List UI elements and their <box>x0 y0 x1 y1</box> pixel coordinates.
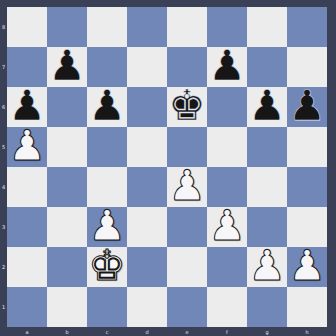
black-king[interactable]: ♚ <box>168 87 206 126</box>
square-g5[interactable] <box>247 127 287 167</box>
square-g7[interactable] <box>247 47 287 87</box>
chess-board: ♟♟♟♟♚♟♟♟♟♟♟♚♟♟ <box>7 7 327 327</box>
square-d2[interactable] <box>127 247 167 287</box>
square-e3[interactable] <box>167 207 207 247</box>
square-d4[interactable] <box>127 167 167 207</box>
square-h2[interactable]: ♟ <box>287 247 327 287</box>
square-b1[interactable] <box>47 287 87 327</box>
square-a4[interactable] <box>7 167 47 207</box>
square-d7[interactable] <box>127 47 167 87</box>
square-a1[interactable] <box>7 287 47 327</box>
black-pawn[interactable]: ♟ <box>88 87 126 126</box>
white-king[interactable]: ♚ <box>88 247 126 286</box>
square-e2[interactable] <box>167 247 207 287</box>
rank-label-5: 5 <box>0 127 7 167</box>
file-label-f: f <box>207 327 247 336</box>
square-f6[interactable] <box>207 87 247 127</box>
square-a2[interactable] <box>7 247 47 287</box>
square-e5[interactable] <box>167 127 207 167</box>
file-label-b: b <box>47 327 87 336</box>
square-g8[interactable] <box>247 7 287 47</box>
square-h4[interactable] <box>287 167 327 207</box>
square-h6[interactable]: ♟ <box>287 87 327 127</box>
file-label-d: d <box>127 327 167 336</box>
file-label-e: e <box>167 327 207 336</box>
square-f7[interactable]: ♟ <box>207 47 247 87</box>
square-f5[interactable] <box>207 127 247 167</box>
square-g1[interactable] <box>247 287 287 327</box>
white-pawn[interactable]: ♟ <box>88 207 126 246</box>
square-a7[interactable] <box>7 47 47 87</box>
square-c8[interactable] <box>87 7 127 47</box>
file-label-a: a <box>7 327 47 336</box>
white-pawn[interactable]: ♟ <box>248 247 286 286</box>
rank-label-1: 1 <box>0 287 7 327</box>
square-b4[interactable] <box>47 167 87 207</box>
file-coordinates: abcdefgh <box>7 327 327 336</box>
square-g2[interactable]: ♟ <box>247 247 287 287</box>
black-pawn[interactable]: ♟ <box>208 47 246 86</box>
rank-label-6: 6 <box>0 87 7 127</box>
black-pawn[interactable]: ♟ <box>248 87 286 126</box>
square-e8[interactable] <box>167 7 207 47</box>
square-c6[interactable]: ♟ <box>87 87 127 127</box>
square-c7[interactable] <box>87 47 127 87</box>
rank-label-7: 7 <box>0 47 7 87</box>
square-d8[interactable] <box>127 7 167 47</box>
square-d6[interactable] <box>127 87 167 127</box>
square-c1[interactable] <box>87 287 127 327</box>
black-pawn[interactable]: ♟ <box>8 87 46 126</box>
rank-label-4: 4 <box>0 167 7 207</box>
chess-board-frame: 87654321 abcdefgh ♟♟♟♟♚♟♟♟♟♟♟♚♟♟ <box>0 0 336 336</box>
black-pawn[interactable]: ♟ <box>48 47 86 86</box>
square-h3[interactable] <box>287 207 327 247</box>
square-c5[interactable] <box>87 127 127 167</box>
square-e1[interactable] <box>167 287 207 327</box>
square-h8[interactable] <box>287 7 327 47</box>
square-d5[interactable] <box>127 127 167 167</box>
rank-coordinates: 87654321 <box>0 7 7 327</box>
square-e6[interactable]: ♚ <box>167 87 207 127</box>
square-a5[interactable]: ♟ <box>7 127 47 167</box>
rank-label-8: 8 <box>0 7 7 47</box>
square-e4[interactable]: ♟ <box>167 167 207 207</box>
square-a6[interactable]: ♟ <box>7 87 47 127</box>
square-c4[interactable] <box>87 167 127 207</box>
white-pawn[interactable]: ♟ <box>168 167 206 206</box>
square-b7[interactable]: ♟ <box>47 47 87 87</box>
square-a8[interactable] <box>7 7 47 47</box>
file-label-g: g <box>247 327 287 336</box>
square-g4[interactable] <box>247 167 287 207</box>
square-d1[interactable] <box>127 287 167 327</box>
black-pawn[interactable]: ♟ <box>288 87 326 126</box>
white-pawn[interactable]: ♟ <box>288 247 326 286</box>
white-pawn[interactable]: ♟ <box>8 127 46 166</box>
square-b8[interactable] <box>47 7 87 47</box>
square-a3[interactable] <box>7 207 47 247</box>
square-b2[interactable] <box>47 247 87 287</box>
square-f1[interactable] <box>207 287 247 327</box>
square-b5[interactable] <box>47 127 87 167</box>
file-label-c: c <box>87 327 127 336</box>
square-b3[interactable] <box>47 207 87 247</box>
square-f3[interactable]: ♟ <box>207 207 247 247</box>
square-g3[interactable] <box>247 207 287 247</box>
square-h7[interactable] <box>287 47 327 87</box>
square-g6[interactable]: ♟ <box>247 87 287 127</box>
square-d3[interactable] <box>127 207 167 247</box>
white-pawn[interactable]: ♟ <box>208 207 246 246</box>
file-label-h: h <box>287 327 327 336</box>
rank-label-2: 2 <box>0 247 7 287</box>
square-h5[interactable] <box>287 127 327 167</box>
square-f4[interactable] <box>207 167 247 207</box>
square-c3[interactable]: ♟ <box>87 207 127 247</box>
square-f2[interactable] <box>207 247 247 287</box>
square-c2[interactable]: ♚ <box>87 247 127 287</box>
rank-label-3: 3 <box>0 207 7 247</box>
square-e7[interactable] <box>167 47 207 87</box>
square-b6[interactable] <box>47 87 87 127</box>
square-f8[interactable] <box>207 7 247 47</box>
square-h1[interactable] <box>287 287 327 327</box>
